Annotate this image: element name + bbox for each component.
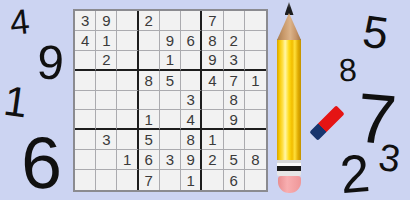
sudoku-cell-r3c1: [75, 51, 96, 71]
sudoku-cell-r2c9: [245, 31, 266, 51]
sudoku-cell-r9c3: [117, 170, 138, 190]
sudoku-cell-r2c3: [117, 31, 138, 51]
sudoku-cell-r7c1: [75, 130, 96, 150]
sudoku-cell-r6c7: [202, 110, 223, 130]
sudoku-cell-r4c5: 5: [160, 71, 181, 91]
sudoku-cell-r9c7: [202, 170, 223, 190]
sudoku-cell-r8c7: 2: [202, 150, 223, 170]
sudoku-cell-r9c2: [96, 170, 117, 190]
sudoku-cell-r2c4: [139, 31, 160, 51]
sudoku-cell-r3c2: 2: [96, 51, 117, 71]
sudoku-cell-r3c6: [181, 51, 202, 71]
pencil-wood-cone: [277, 13, 301, 40]
decorative-number-5: 5: [360, 8, 391, 56]
decorative-number-4: 4: [8, 3, 31, 40]
sudoku-cell-r9c5: [160, 170, 181, 190]
sudoku-cell-r6c3: [117, 110, 138, 130]
sudoku-cell-r4c6: [181, 71, 202, 91]
sudoku-cell-r1c2: 9: [96, 11, 117, 31]
sudoku-cell-r3c4: [139, 51, 160, 71]
sudoku-cell-r6c4: 1: [139, 110, 160, 130]
pencil-icon: [277, 2, 301, 195]
sudoku-cell-r1c3: [117, 11, 138, 31]
sudoku-cell-r6c6: 4: [181, 110, 202, 130]
sudoku-cell-r8c8: 5: [224, 150, 245, 170]
sudoku-cell-r1c1: 3: [75, 11, 96, 31]
sudoku-cell-r1c6: [181, 11, 202, 31]
sudoku-cell-r3c9: [245, 51, 266, 71]
sudoku-cell-r4c1: [75, 71, 96, 91]
sudoku-cell-r5c5: [160, 91, 181, 111]
sudoku-cell-r7c8: [224, 130, 245, 150]
sudoku-cell-r7c7: 1: [202, 130, 223, 150]
sudoku-cell-r9c6: 1: [181, 170, 202, 190]
sudoku-cell-r5c3: [117, 91, 138, 111]
decorative-number-2: 2: [338, 146, 372, 200]
sudoku-cell-r7c3: [117, 130, 138, 150]
sudoku-cell-r8c6: 9: [181, 150, 202, 170]
sudoku-cell-r6c1: [75, 110, 96, 130]
sudoku-cell-r2c2: 1: [96, 31, 117, 51]
sudoku-cell-r7c5: [160, 130, 181, 150]
sudoku-cell-r6c2: [96, 110, 117, 130]
sudoku-cell-r6c9: [245, 110, 266, 130]
sudoku-cell-r2c8: 2: [224, 31, 245, 51]
sudoku-cell-r5c7: [202, 91, 223, 111]
sudoku-cell-r3c5: 1: [160, 51, 181, 71]
pencil-eraser: [278, 176, 301, 193]
sudoku-cell-r4c9: 1: [245, 71, 266, 91]
sudoku-cell-r6c5: [160, 110, 181, 130]
sudoku-cell-r8c3: 1: [117, 150, 138, 170]
sudoku-banner: 39274196822193854713814935811639258716 4…: [0, 0, 410, 200]
pencil-body: [277, 39, 301, 160]
pencil-ferrule: [277, 160, 301, 176]
sudoku-cell-r7c2: 3: [96, 130, 117, 150]
sudoku-cell-r5c9: [245, 91, 266, 111]
sudoku-cell-r8c4: 6: [139, 150, 160, 170]
eraser-icon: [309, 105, 344, 140]
sudoku-cell-r8c9: 8: [245, 150, 266, 170]
sudoku-cell-r1c5: [160, 11, 181, 31]
sudoku-cell-r2c6: 6: [181, 31, 202, 51]
decorative-number-8: 8: [338, 54, 357, 87]
decorative-number-9: 9: [35, 38, 65, 88]
sudoku-cell-r4c2: [96, 71, 117, 91]
sudoku-cell-r5c8: 8: [224, 91, 245, 111]
sudoku-cell-r5c4: [139, 91, 160, 111]
sudoku-cell-r8c5: 3: [160, 150, 181, 170]
sudoku-cell-r2c5: 9: [160, 31, 181, 51]
sudoku-cell-r7c4: 5: [139, 130, 160, 150]
decorative-number-1: 1: [1, 80, 30, 125]
sudoku-cell-r1c9: [245, 11, 266, 31]
sudoku-cell-r3c3: [117, 51, 138, 71]
sudoku-cell-r4c3: [117, 71, 138, 91]
sudoku-cell-r7c6: 8: [181, 130, 202, 150]
sudoku-cell-r9c4: 7: [139, 170, 160, 190]
sudoku-cell-r8c2: [96, 150, 117, 170]
sudoku-cell-r2c1: 4: [75, 31, 96, 51]
sudoku-cell-r6c8: 9: [224, 110, 245, 130]
sudoku-cell-r4c7: 4: [202, 71, 223, 91]
sudoku-cell-r1c7: 7: [202, 11, 223, 31]
sudoku-cell-r4c8: 7: [224, 71, 245, 91]
sudoku-cell-r9c8: 6: [224, 170, 245, 190]
sudoku-cell-r1c4: 2: [139, 11, 160, 31]
sudoku-cell-r5c6: 3: [181, 91, 202, 111]
sudoku-cell-r9c9: [245, 170, 266, 190]
decorative-number-3: 3: [376, 138, 402, 179]
sudoku-cell-r5c2: [96, 91, 117, 111]
sudoku-cell-r7c9: [245, 130, 266, 150]
sudoku-cell-r8c1: [75, 150, 96, 170]
decorative-number-6: 6: [20, 125, 63, 199]
sudoku-cell-r9c1: [75, 170, 96, 190]
sudoku-cell-r3c8: 3: [224, 51, 245, 71]
sudoku-cell-r5c1: [75, 91, 96, 111]
sudoku-cell-r2c7: 8: [202, 31, 223, 51]
sudoku-cell-r3c7: 9: [202, 51, 223, 71]
sudoku-grid: 39274196822193854713814935811639258716: [73, 9, 268, 192]
sudoku-cell-r1c8: [224, 11, 245, 31]
sudoku-cell-r4c4: 8: [139, 71, 160, 91]
